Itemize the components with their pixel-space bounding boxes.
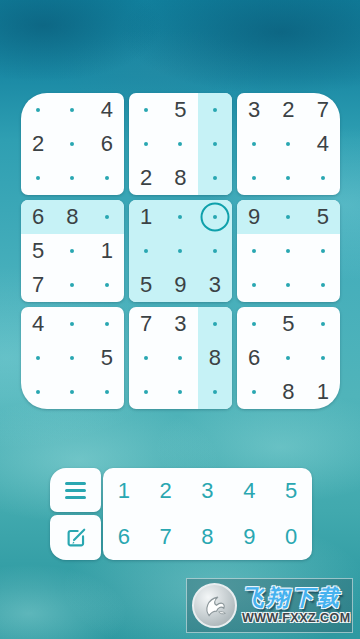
empty-cell-dot: [70, 249, 74, 253]
cell-r3c3[interactable]: [90, 161, 124, 195]
given-number: 3: [209, 274, 221, 296]
cell-r6c9[interactable]: [306, 268, 340, 302]
cell-r3c4[interactable]: 2: [129, 161, 163, 195]
cell-r9c1[interactable]: [21, 375, 55, 409]
pencil-edit-icon: [63, 525, 89, 551]
cell-r3c5[interactable]: 8: [163, 161, 197, 195]
cell-r8c4[interactable]: [129, 341, 163, 375]
cell-r2c3[interactable]: 6: [90, 127, 124, 161]
given-number: 2: [32, 133, 44, 155]
cell-r5c5[interactable]: [163, 234, 197, 268]
given-number: 6: [32, 206, 44, 228]
given-number: 8: [66, 206, 78, 228]
cell-r4c9[interactable]: 5: [306, 200, 340, 234]
cell-r7c8[interactable]: 5: [271, 307, 305, 341]
empty-cell-dot: [286, 283, 290, 287]
cell-r5c4[interactable]: [129, 234, 163, 268]
empty-cell-dot: [70, 142, 74, 146]
empty-cell-dot: [144, 356, 148, 360]
box-8: 738: [129, 307, 232, 409]
empty-cell-dot: [252, 322, 256, 326]
cell-r4c4[interactable]: 1: [129, 200, 163, 234]
cell-r4c7[interactable]: 9: [237, 200, 271, 234]
box-6: 95: [237, 200, 340, 302]
empty-cell-dot: [36, 356, 40, 360]
empty-cell-dot: [144, 142, 148, 146]
given-number: 6: [101, 133, 113, 155]
given-number: 5: [101, 347, 113, 369]
given-number: 7: [317, 99, 329, 121]
empty-cell-dot: [36, 390, 40, 394]
cell-r2c2[interactable]: [55, 127, 89, 161]
cell-r8c7[interactable]: 6: [237, 341, 271, 375]
empty-cell-dot: [144, 108, 148, 112]
numpad-key-9[interactable]: 9: [228, 514, 270, 560]
empty-cell-dot: [321, 176, 325, 180]
numpad-key-4[interactable]: 4: [228, 468, 270, 514]
empty-cell-dot: [70, 390, 74, 394]
given-number: 2: [282, 99, 294, 121]
cell-r1c3[interactable]: 4: [90, 93, 124, 127]
empty-cell-dot: [213, 176, 217, 180]
given-number: 2: [140, 167, 152, 189]
empty-cell-dot: [213, 142, 217, 146]
cell-r1c1[interactable]: [21, 93, 55, 127]
empty-cell-dot: [252, 283, 256, 287]
cell-r2c6[interactable]: [198, 127, 232, 161]
cell-r4c3[interactable]: [90, 200, 124, 234]
empty-cell-dot: [105, 176, 109, 180]
cell-r9c8[interactable]: 8: [271, 375, 305, 409]
cell-r3c1[interactable]: [21, 161, 55, 195]
box-7: 45: [21, 307, 124, 409]
cell-r5c6[interactable]: [198, 234, 232, 268]
cell-r1c7[interactable]: 3: [237, 93, 271, 127]
cell-r6c5[interactable]: 9: [163, 268, 197, 302]
cell-r7c6[interactable]: [198, 307, 232, 341]
given-number: 4: [317, 133, 329, 155]
cell-r3c6[interactable]: [198, 161, 232, 195]
cell-r9c6[interactable]: [198, 375, 232, 409]
cell-r2c9[interactable]: 4: [306, 127, 340, 161]
empty-cell-dot: [286, 356, 290, 360]
empty-cell-dot: [213, 322, 217, 326]
empty-cell-dot: [144, 390, 148, 394]
numpad-key-7[interactable]: 7: [145, 514, 187, 560]
cell-r8c5[interactable]: [163, 341, 197, 375]
given-number: 5: [174, 99, 186, 121]
bird-logo-icon: [192, 583, 237, 628]
cell-r1c8[interactable]: 2: [271, 93, 305, 127]
cell-r9c5[interactable]: [163, 375, 197, 409]
empty-cell-dot: [286, 142, 290, 146]
cell-r4c6[interactable]: [198, 200, 232, 234]
empty-cell-dot: [286, 176, 290, 180]
given-number: 3: [174, 313, 186, 335]
given-number: 4: [101, 99, 113, 121]
cell-r2c4[interactable]: [129, 127, 163, 161]
cell-r5c2[interactable]: [55, 234, 89, 268]
cell-r9c7[interactable]: [237, 375, 271, 409]
empty-cell-dot: [213, 108, 217, 112]
empty-cell-dot: [321, 322, 325, 326]
cell-r6c2[interactable]: [55, 268, 89, 302]
cell-r6c7[interactable]: [237, 268, 271, 302]
empty-cell-dot: [321, 356, 325, 360]
given-number: 5: [32, 240, 44, 262]
selected-cell-ring: [200, 203, 229, 232]
empty-cell-dot: [178, 142, 182, 146]
cell-r7c7[interactable]: [237, 307, 271, 341]
box-2: 528: [129, 93, 232, 195]
cell-r3c8[interactable]: [271, 161, 305, 195]
empty-cell-dot: [70, 322, 74, 326]
cell-r3c7[interactable]: [237, 161, 271, 195]
empty-cell-dot: [252, 176, 256, 180]
empty-cell-dot: [178, 249, 182, 253]
empty-cell-dot: [36, 108, 40, 112]
cell-r7c2[interactable]: [55, 307, 89, 341]
cell-r8c9[interactable]: [306, 341, 340, 375]
empty-cell-dot: [252, 249, 256, 253]
hamburger-menu-icon: [65, 482, 86, 499]
given-number: 9: [174, 274, 186, 296]
site-url: WWW.FXXZ.COM: [242, 612, 351, 625]
cell-r9c2[interactable]: [55, 375, 89, 409]
cell-r1c2[interactable]: [55, 93, 89, 127]
numpad-key-0[interactable]: 0: [270, 514, 312, 560]
cell-r5c1[interactable]: 5: [21, 234, 55, 268]
cell-r6c3[interactable]: [90, 268, 124, 302]
sudoku-board: 426528327468517159395457385681: [21, 93, 340, 409]
cell-r9c4[interactable]: [129, 375, 163, 409]
empty-cell-dot: [252, 390, 256, 394]
empty-cell-dot: [321, 249, 325, 253]
cell-r2c8[interactable]: [271, 127, 305, 161]
empty-cell-dot: [286, 249, 290, 253]
given-number: 1: [140, 206, 152, 228]
site-watermark-text: 飞翔下载 WWW.FXXZ.COM: [242, 587, 351, 625]
box-3: 3274: [237, 93, 340, 195]
box-1: 426: [21, 93, 124, 195]
cell-r7c9[interactable]: [306, 307, 340, 341]
cell-r4c8[interactable]: [271, 200, 305, 234]
box-9: 5681: [237, 307, 340, 409]
cell-r5c3[interactable]: 1: [90, 234, 124, 268]
cell-r1c5[interactable]: 5: [163, 93, 197, 127]
given-number: 9: [248, 206, 260, 228]
numpad-key-1[interactable]: 1: [103, 468, 145, 514]
sudoku-app-screen: { "game": "sudoku", "position": "0040503…: [0, 0, 360, 639]
cell-r1c6[interactable]: [198, 93, 232, 127]
cell-r7c4[interactable]: 7: [129, 307, 163, 341]
given-number: 7: [32, 274, 44, 296]
numpad-key-8[interactable]: 8: [187, 514, 229, 560]
cell-r8c2[interactable]: [55, 341, 89, 375]
cell-r3c2[interactable]: [55, 161, 89, 195]
cell-r6c8[interactable]: [271, 268, 305, 302]
cell-r4c1[interactable]: 6: [21, 200, 55, 234]
cell-r1c4[interactable]: [129, 93, 163, 127]
empty-cell-dot: [70, 356, 74, 360]
empty-cell-dot: [321, 283, 325, 287]
given-number: 4: [32, 313, 44, 335]
empty-cell-dot: [286, 215, 290, 219]
menu-button[interactable]: [50, 468, 101, 512]
empty-cell-dot: [70, 176, 74, 180]
cell-r5c8[interactable]: [271, 234, 305, 268]
given-number: 8: [174, 167, 186, 189]
cell-r4c5[interactable]: [163, 200, 197, 234]
cell-r9c3[interactable]: [90, 375, 124, 409]
cell-r2c5[interactable]: [163, 127, 197, 161]
empty-cell-dot: [105, 322, 109, 326]
cell-r6c6[interactable]: 3: [198, 268, 232, 302]
cell-r3c9[interactable]: [306, 161, 340, 195]
empty-cell-dot: [105, 283, 109, 287]
cell-r2c7[interactable]: [237, 127, 271, 161]
site-name: 飞翔下载: [242, 587, 351, 609]
given-number: 1: [101, 240, 113, 262]
given-number: 5: [140, 274, 152, 296]
given-number: 7: [140, 313, 152, 335]
cell-r8c6[interactable]: 8: [198, 341, 232, 375]
box-5: 1593: [129, 200, 232, 302]
cell-r8c3[interactable]: 5: [90, 341, 124, 375]
empty-cell-dot: [144, 249, 148, 253]
cell-r7c3[interactable]: [90, 307, 124, 341]
cell-r7c5[interactable]: 3: [163, 307, 197, 341]
given-number: 8: [209, 347, 221, 369]
cell-r6c1[interactable]: 7: [21, 268, 55, 302]
empty-cell-dot: [36, 176, 40, 180]
given-number: 5: [317, 206, 329, 228]
cell-r4c2[interactable]: 8: [55, 200, 89, 234]
empty-cell-dot: [70, 283, 74, 287]
numpad-key-2[interactable]: 2: [145, 468, 187, 514]
empty-cell-dot: [105, 390, 109, 394]
empty-cell-dot: [178, 390, 182, 394]
cell-r7c1[interactable]: 4: [21, 307, 55, 341]
cell-r8c1[interactable]: [21, 341, 55, 375]
cell-r5c9[interactable]: [306, 234, 340, 268]
given-number: 1: [317, 381, 329, 403]
number-pad: 1234567890: [103, 468, 312, 560]
numpad-key-5[interactable]: 5: [270, 468, 312, 514]
empty-cell-dot: [105, 215, 109, 219]
cell-r8c8[interactable]: [271, 341, 305, 375]
given-number: 8: [282, 381, 294, 403]
site-watermark: 飞翔下载 WWW.FXXZ.COM: [186, 578, 353, 633]
cell-r6c4[interactable]: 5: [129, 268, 163, 302]
cell-r1c9[interactable]: 7: [306, 93, 340, 127]
cell-r9c9[interactable]: 1: [306, 375, 340, 409]
empty-cell-dot: [178, 356, 182, 360]
given-number: 5: [282, 313, 294, 335]
cell-r5c7[interactable]: [237, 234, 271, 268]
cell-r2c1[interactable]: 2: [21, 127, 55, 161]
given-number: 3: [248, 99, 260, 121]
box-4: 68517: [21, 200, 124, 302]
empty-cell-dot: [70, 108, 74, 112]
given-number: 6: [248, 347, 260, 369]
pencil-notes-button[interactable]: [50, 515, 101, 560]
empty-cell-dot: [178, 215, 182, 219]
empty-cell-dot: [213, 249, 217, 253]
numpad-key-6[interactable]: 6: [103, 514, 145, 560]
numpad-key-3[interactable]: 3: [187, 468, 229, 514]
empty-cell-dot: [252, 142, 256, 146]
empty-cell-dot: [213, 390, 217, 394]
